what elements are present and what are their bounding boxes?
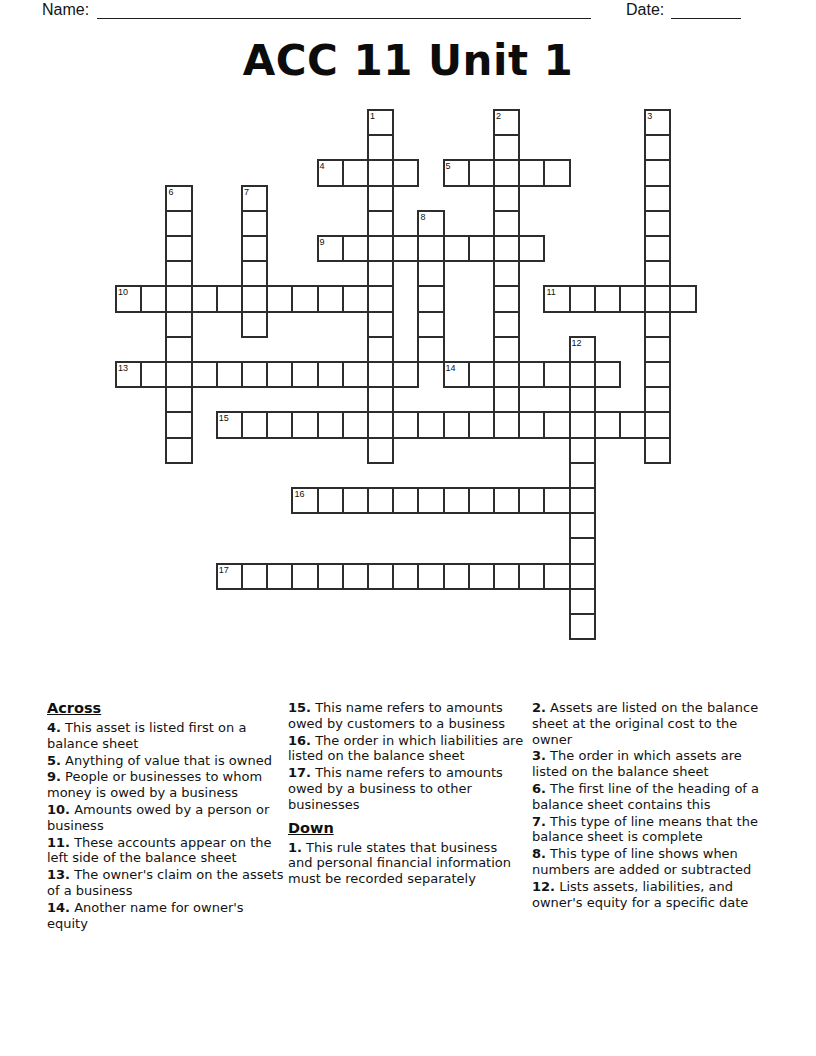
grid-cell[interactable]: [165, 260, 192, 287]
clue-across-14: 14. Another name for owner's equity: [47, 900, 284, 932]
grid-cell[interactable]: [468, 159, 495, 186]
cell-number: 16: [294, 490, 304, 499]
grid-cell[interactable]: [367, 386, 394, 413]
grid-cell[interactable]: [443, 487, 470, 514]
grid-cell[interactable]: [367, 235, 394, 262]
grid-cell[interactable]: [644, 437, 671, 464]
grid-cell[interactable]: [493, 386, 520, 413]
grid-cell[interactable]: [543, 361, 570, 388]
grid-cell[interactable]: [241, 361, 268, 388]
cell-number: 4: [320, 162, 325, 171]
grid-cell[interactable]: [594, 411, 621, 438]
grid-cell[interactable]: [518, 235, 545, 262]
grid-cell[interactable]: [493, 134, 520, 161]
grid-cell[interactable]: [493, 411, 520, 438]
grid-cell[interactable]: [367, 437, 394, 464]
clue-down-7: 7. This type of line means that the bala…: [532, 814, 769, 846]
grid-cell[interactable]: [417, 487, 444, 514]
grid-cell[interactable]: [165, 311, 192, 338]
grid-cell[interactable]: [367, 210, 394, 237]
grid-cell[interactable]: [594, 285, 621, 312]
grid-cell[interactable]: [342, 563, 369, 590]
cell-number: 8: [420, 213, 425, 222]
grid-cell[interactable]: [342, 487, 369, 514]
grid-cell[interactable]: [417, 235, 444, 262]
grid-cell[interactable]: [165, 336, 192, 363]
grid-cell[interactable]: [392, 235, 419, 262]
grid-cell[interactable]: [367, 336, 394, 363]
grid-cell[interactable]: [317, 487, 344, 514]
clue-down-1: 1. This rule states that business and pe…: [288, 840, 525, 887]
grid-cell[interactable]: [317, 361, 344, 388]
grid-cell[interactable]: [317, 411, 344, 438]
grid-cell[interactable]: [543, 159, 570, 186]
grid-cell[interactable]: [493, 235, 520, 262]
clue-across-11: 11. These accounts appear on the left si…: [47, 835, 284, 867]
clue-across-15: 15. This name refers to amounts owed by …: [288, 700, 525, 732]
grid-cell[interactable]: [644, 260, 671, 287]
cell-number: 14: [446, 364, 456, 373]
grid-cell[interactable]: [443, 563, 470, 590]
grid-cell[interactable]: [367, 285, 394, 312]
grid-cell[interactable]: [644, 336, 671, 363]
grid-cell[interactable]: [417, 311, 444, 338]
grid-cell[interactable]: [569, 588, 596, 615]
grid-cell[interactable]: [644, 185, 671, 212]
grid-cell[interactable]: [165, 411, 192, 438]
cell-number: 2: [496, 112, 501, 121]
clue-across-5: 5. Anything of value that is owned: [47, 753, 284, 769]
cell-number: 5: [446, 162, 451, 171]
grid-cell[interactable]: [619, 285, 646, 312]
grid-cell[interactable]: [518, 159, 545, 186]
grid-cell[interactable]: [644, 285, 671, 312]
grid-cell[interactable]: [367, 563, 394, 590]
grid-cell[interactable]: [165, 361, 192, 388]
clues-column-1: Across4. This asset is listed first on a…: [47, 700, 284, 932]
grid-cell[interactable]: [266, 285, 293, 312]
grid-cell[interactable]: [392, 159, 419, 186]
grid-cell[interactable]: [266, 361, 293, 388]
grid-cell[interactable]: [644, 311, 671, 338]
grid-cell[interactable]: [543, 487, 570, 514]
cell-number: 3: [647, 112, 652, 121]
grid-cell[interactable]: [367, 134, 394, 161]
grid-cell[interactable]: [291, 411, 318, 438]
grid-cell[interactable]: [619, 411, 646, 438]
grid-cell[interactable]: [417, 563, 444, 590]
grid-cell[interactable]: [644, 411, 671, 438]
grid-cell[interactable]: [241, 210, 268, 237]
grid-cell[interactable]: [367, 411, 394, 438]
grid-cell[interactable]: [493, 563, 520, 590]
grid-cell[interactable]: [140, 285, 167, 312]
grid-cell[interactable]: [493, 185, 520, 212]
cell-number: 12: [572, 339, 582, 348]
cell-number: 17: [219, 566, 229, 575]
grid-cell[interactable]: [493, 311, 520, 338]
grid-cell[interactable]: [569, 361, 596, 388]
grid-cell[interactable]: [241, 285, 268, 312]
grid-cell[interactable]: [518, 563, 545, 590]
grid-cell[interactable]: [468, 563, 495, 590]
grid-cell[interactable]: [569, 512, 596, 539]
grid-cell[interactable]: [367, 260, 394, 287]
grid-cell[interactable]: [165, 210, 192, 237]
grid-cell[interactable]: [569, 537, 596, 564]
clue-across-4: 4. This asset is listed first on a balan…: [47, 720, 284, 752]
grid-cell[interactable]: [468, 487, 495, 514]
grid-cell[interactable]: [241, 235, 268, 262]
grid-cell[interactable]: [669, 285, 696, 312]
clue-across-13: 13. The owner's claim on the assets of a…: [47, 867, 284, 899]
grid-cell[interactable]: [165, 437, 192, 464]
grid-cell[interactable]: [417, 260, 444, 287]
clue-across-17: 17. This name refers to amounts owed by …: [288, 765, 525, 812]
grid-cell[interactable]: [543, 411, 570, 438]
clue-down-6: 6. The first line of the heading of a ba…: [532, 781, 769, 813]
grid-cell[interactable]: [468, 411, 495, 438]
grid-cell[interactable]: [140, 361, 167, 388]
name-label: Name:: [42, 1, 89, 19]
grid-cell[interactable]: [367, 185, 394, 212]
grid-cell[interactable]: [417, 411, 444, 438]
grid-cell[interactable]: [468, 361, 495, 388]
grid-cell[interactable]: [443, 411, 470, 438]
grid-cell[interactable]: [569, 386, 596, 413]
grid-cell[interactable]: [342, 411, 369, 438]
grid-cell[interactable]: [317, 285, 344, 312]
grid-cell[interactable]: [367, 487, 394, 514]
grid-cell[interactable]: [392, 411, 419, 438]
grid-cell[interactable]: [266, 563, 293, 590]
cell-number: 10: [118, 288, 128, 297]
grid-cell[interactable]: [493, 285, 520, 312]
clues-column-2: 15. This name refers to amounts owed by …: [288, 700, 525, 888]
grid-cell[interactable]: [165, 285, 192, 312]
date-blank-line[interactable]: [671, 2, 741, 19]
grid-cell[interactable]: [342, 285, 369, 312]
grid-cell[interactable]: [644, 134, 671, 161]
cell-number: 9: [320, 238, 325, 247]
name-blank-line[interactable]: [97, 2, 591, 19]
grid-cell[interactable]: [644, 361, 671, 388]
grid-cell[interactable]: [518, 411, 545, 438]
grid-cell[interactable]: [291, 361, 318, 388]
grid-cell[interactable]: [317, 563, 344, 590]
across-heading: Across: [47, 700, 284, 716]
grid-cell[interactable]: [569, 613, 596, 640]
grid-cell[interactable]: [594, 361, 621, 388]
grid-cell[interactable]: [191, 285, 218, 312]
cell-number: 7: [244, 188, 249, 197]
grid-cell[interactable]: [644, 159, 671, 186]
grid-cell[interactable]: [241, 563, 268, 590]
grid-cell[interactable]: [518, 361, 545, 388]
grid-cell[interactable]: [644, 210, 671, 237]
grid-cell[interactable]: [493, 336, 520, 363]
grid-cell[interactable]: [165, 235, 192, 262]
cell-number: 1: [370, 112, 375, 121]
grid-cell[interactable]: [342, 235, 369, 262]
grid-cell[interactable]: [468, 235, 495, 262]
grid-cell[interactable]: [493, 159, 520, 186]
grid-cell[interactable]: [291, 285, 318, 312]
grid-cell[interactable]: [241, 260, 268, 287]
grid-cell[interactable]: [367, 361, 394, 388]
grid-cell[interactable]: [417, 285, 444, 312]
clue-down-12: 12. Lists assets, liabilities, and owner…: [532, 879, 769, 911]
grid-cell[interactable]: [569, 487, 596, 514]
clue-across-9: 9. People or businesses to whom money is…: [47, 769, 284, 801]
grid-cell[interactable]: [543, 563, 570, 590]
clue-down-2: 2. Assets are listed on the balance shee…: [532, 700, 769, 747]
grid-cell[interactable]: [493, 361, 520, 388]
cell-number: 15: [219, 414, 229, 423]
grid-cell[interactable]: [569, 411, 596, 438]
grid-cell[interactable]: [241, 411, 268, 438]
clue-down-3: 3. The order in which assets are listed …: [532, 748, 769, 780]
grid-cell[interactable]: [266, 411, 293, 438]
grid-cell[interactable]: [392, 361, 419, 388]
grid-cell[interactable]: [569, 563, 596, 590]
grid-cell[interactable]: [367, 311, 394, 338]
cell-number: 6: [168, 188, 173, 197]
grid-cell[interactable]: [392, 563, 419, 590]
grid-cell[interactable]: [417, 336, 444, 363]
grid-cell[interactable]: [216, 361, 243, 388]
clues-column-3: 2. Assets are listed on the balance shee…: [532, 700, 769, 911]
grid-cell[interactable]: [342, 361, 369, 388]
grid-cell[interactable]: [392, 487, 419, 514]
grid-cell[interactable]: [493, 260, 520, 287]
down-heading: Down: [288, 820, 525, 836]
grid-cell[interactable]: [569, 462, 596, 489]
clue-across-10: 10. Amounts owed by a person or business: [47, 802, 284, 834]
grid-cell[interactable]: [493, 487, 520, 514]
grid-cell[interactable]: [518, 487, 545, 514]
grid-cell[interactable]: [443, 235, 470, 262]
grid-cell[interactable]: [644, 235, 671, 262]
grid-cell[interactable]: [569, 285, 596, 312]
crossword-grid: 1234567891011121314151617: [116, 110, 697, 641]
grid-cell[interactable]: [493, 210, 520, 237]
clue-down-8: 8. This type of line shows when numbers …: [532, 846, 769, 878]
grid-cell[interactable]: [291, 563, 318, 590]
clue-across-16: 16. The order in which liabilities are l…: [288, 733, 525, 765]
date-label: Date:: [626, 1, 664, 19]
grid-cell[interactable]: [569, 437, 596, 464]
grid-cell[interactable]: [644, 386, 671, 413]
puzzle-title: ACC 11 Unit 1: [0, 36, 816, 85]
grid-cell[interactable]: [367, 159, 394, 186]
grid-cell[interactable]: [191, 361, 218, 388]
grid-cell[interactable]: [165, 386, 192, 413]
grid-cell[interactable]: [342, 159, 369, 186]
grid-cell[interactable]: [241, 311, 268, 338]
cell-number: 11: [546, 288, 555, 297]
cell-number: 13: [118, 364, 128, 373]
grid-cell[interactable]: [216, 285, 243, 312]
